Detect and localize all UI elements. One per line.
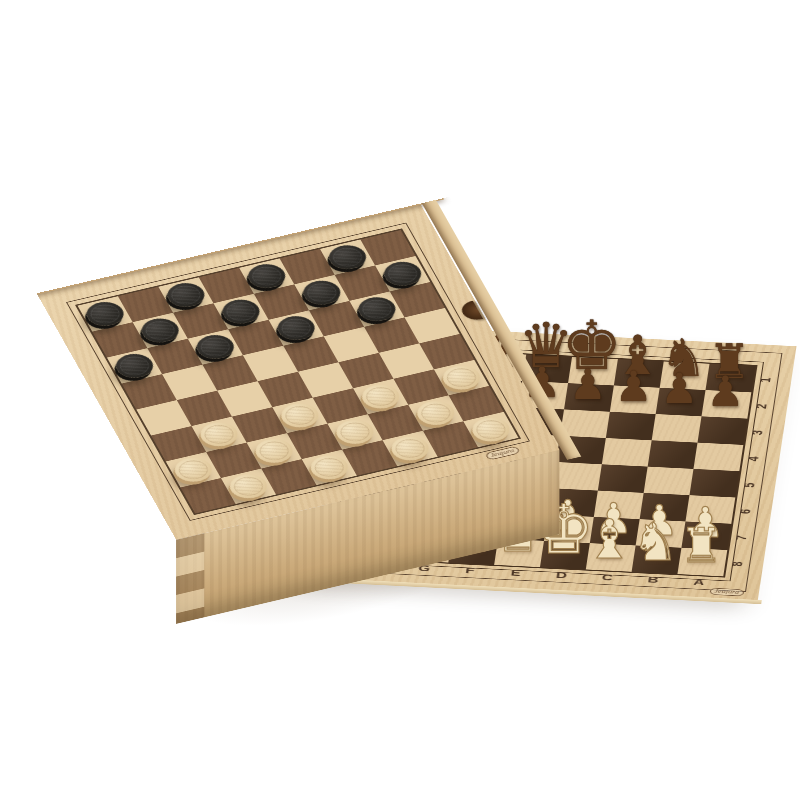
- rank-label-right-1: 1: [756, 374, 776, 385]
- chess-square-D1: [568, 357, 618, 386]
- chess-square-A3: [697, 416, 747, 445]
- file-label-A: A: [690, 576, 710, 587]
- chess-square-A6: [685, 495, 735, 524]
- rank-label-right-3: 3: [748, 427, 768, 438]
- checker-natural: [467, 414, 514, 444]
- chess-square-B7: [636, 519, 686, 548]
- chess-square-C7: [590, 517, 640, 546]
- file-label-C: C: [598, 572, 618, 583]
- rank-label-right-7: 7: [731, 532, 751, 543]
- chess-square-A8: [677, 548, 727, 577]
- chess-square-C6: [594, 491, 644, 520]
- chess-square-D8: [540, 541, 590, 570]
- chess-square-B8: [632, 545, 682, 574]
- chess-square-A1: [706, 364, 756, 393]
- chess-square-A4: [693, 443, 743, 472]
- box-finger-joints: [176, 533, 204, 624]
- chess-square-C1: [614, 359, 664, 388]
- chess-square-B4: [648, 440, 698, 469]
- file-label-B: B: [644, 574, 664, 585]
- chess-square-C5: [598, 464, 648, 493]
- rank-label-right-6: 6: [735, 506, 755, 517]
- chess-square-C4: [602, 438, 652, 467]
- chess-square-B3: [652, 414, 702, 443]
- chess-square-C2: [610, 385, 660, 414]
- chess-square-A5: [689, 469, 739, 498]
- file-label-E: E: [506, 567, 526, 578]
- chess-square-B6: [640, 493, 690, 522]
- product-photo-scene: HGFEDCBA1234567878 Jeujura ♜♞♝♛♚♝♞♜♟♟♟♟♟…: [0, 0, 800, 800]
- rank-label-right-5: 5: [739, 479, 759, 490]
- chess-square-B2: [656, 388, 706, 417]
- rank-label-right-8: 8: [727, 558, 747, 569]
- chess-square-B1: [660, 361, 710, 390]
- brand-stamp-chess: Jeujura: [709, 588, 744, 597]
- chess-square-B5: [644, 467, 694, 496]
- rank-label-right-2: 2: [752, 400, 772, 411]
- rank-label-right-4: 4: [744, 453, 764, 464]
- checkers-squares-grid: [75, 228, 521, 515]
- chess-square-D2: [564, 383, 614, 412]
- file-label-F: F: [460, 565, 480, 576]
- chess-square-A7: [681, 521, 731, 550]
- chess-square-A2: [701, 390, 751, 419]
- file-label-D: D: [552, 570, 572, 581]
- chess-square-C3: [606, 412, 656, 441]
- chess-square-C8: [586, 543, 636, 572]
- brand-stamp-checkers: Jeujura: [484, 446, 520, 461]
